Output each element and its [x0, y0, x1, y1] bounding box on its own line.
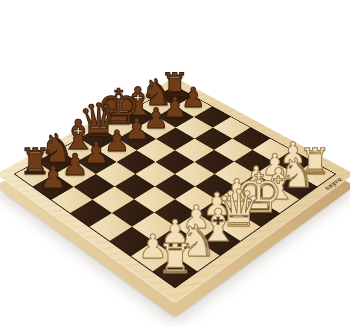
- chess-board: cayro: [0, 77, 350, 303]
- chess-set-photo: cayro ♜♞♝♛♚♝♞♜♟♟♟♟♟♟♟♟♟♟♟♟♟♟♟♟♜♞♝♛♚♝♞♜: [0, 0, 350, 326]
- board-scene: cayro: [0, 0, 350, 326]
- board-grid: [15, 86, 335, 287]
- board-play-area: [14, 86, 336, 288]
